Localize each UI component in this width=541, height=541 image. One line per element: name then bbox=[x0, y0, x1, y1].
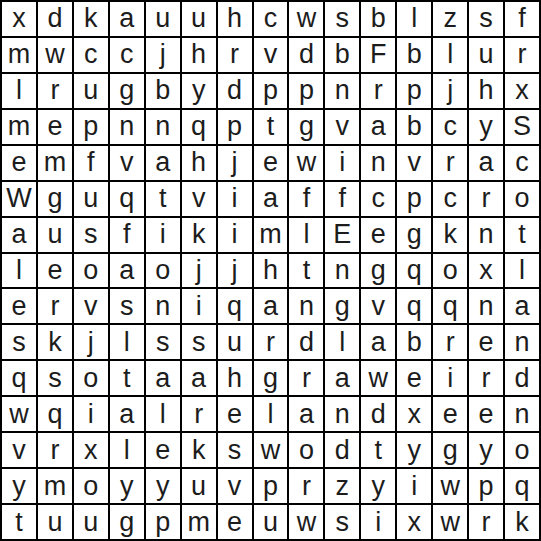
grid-cell-r2c5[interactable]: j bbox=[146, 38, 180, 72]
grid-cell-r10c4[interactable]: l bbox=[110, 325, 144, 359]
grid-cell-r13c15[interactable]: o bbox=[505, 433, 539, 467]
grid-cell-r14c14[interactable]: p bbox=[469, 469, 503, 503]
grid-cell-r4c11[interactable]: a bbox=[361, 110, 395, 144]
grid-cell-r2c14[interactable]: u bbox=[469, 38, 503, 72]
grid-cell-r4c1[interactable]: m bbox=[2, 110, 36, 144]
grid-cell-r5c9[interactable]: w bbox=[289, 146, 323, 180]
grid-cell-r1c2[interactable]: d bbox=[38, 2, 72, 36]
grid-cell-r1c6[interactable]: u bbox=[182, 2, 216, 36]
grid-cell-r6c10[interactable]: f bbox=[325, 182, 359, 216]
grid-cell-r13c3[interactable]: x bbox=[74, 433, 108, 467]
grid-cell-r8c1[interactable]: l bbox=[2, 254, 36, 288]
grid-cell-r10c7[interactable]: u bbox=[218, 325, 252, 359]
grid-cell-r5c5[interactable]: a bbox=[146, 146, 180, 180]
grid-cell-r4c8[interactable]: t bbox=[254, 110, 288, 144]
grid-cell-r12c12[interactable]: x bbox=[397, 397, 431, 431]
grid-cell-r4c5[interactable]: n bbox=[146, 110, 180, 144]
grid-cell-r11c13[interactable]: i bbox=[433, 361, 467, 395]
grid-cell-r11c1[interactable]: q bbox=[2, 361, 36, 395]
grid-cell-r2c8[interactable]: v bbox=[254, 38, 288, 72]
grid-cell-r14c9[interactable]: r bbox=[289, 469, 323, 503]
grid-cell-r8c8[interactable]: h bbox=[254, 254, 288, 288]
grid-cell-r5c10[interactable]: i bbox=[325, 146, 359, 180]
grid-cell-r8c6[interactable]: j bbox=[182, 254, 216, 288]
grid-cell-r10c10[interactable]: l bbox=[325, 325, 359, 359]
grid-cell-r13c8[interactable]: w bbox=[254, 433, 288, 467]
grid-cell-r7c6[interactable]: k bbox=[182, 218, 216, 252]
grid-cell-r9c9[interactable]: n bbox=[289, 289, 323, 323]
grid-cell-r1c12[interactable]: l bbox=[397, 2, 431, 36]
grid-cell-r12c14[interactable]: e bbox=[469, 397, 503, 431]
grid-cell-r12c2[interactable]: q bbox=[38, 397, 72, 431]
grid-cell-r7c2[interactable]: u bbox=[38, 218, 72, 252]
grid-cell-r4c7[interactable]: p bbox=[218, 110, 252, 144]
grid-cell-r3c11[interactable]: r bbox=[361, 74, 395, 108]
grid-cell-r9c6[interactable]: i bbox=[182, 289, 216, 323]
grid-cell-r7c14[interactable]: n bbox=[469, 218, 503, 252]
grid-cell-r9c4[interactable]: s bbox=[110, 289, 144, 323]
grid-cell-r5c7[interactable]: j bbox=[218, 146, 252, 180]
grid-cell-r11c7[interactable]: h bbox=[218, 361, 252, 395]
grid-cell-r8c3[interactable]: o bbox=[74, 254, 108, 288]
grid-cell-r1c5[interactable]: u bbox=[146, 2, 180, 36]
grid-cell-r6c6[interactable]: v bbox=[182, 182, 216, 216]
grid-cell-r5c14[interactable]: a bbox=[469, 146, 503, 180]
grid-cell-r9c12[interactable]: q bbox=[397, 289, 431, 323]
grid-cell-r11c5[interactable]: a bbox=[146, 361, 180, 395]
grid-cell-r8c10[interactable]: n bbox=[325, 254, 359, 288]
grid-cell-r3c7[interactable]: d bbox=[218, 74, 252, 108]
grid-cell-r13c7[interactable]: s bbox=[218, 433, 252, 467]
grid-cell-r5c15[interactable]: c bbox=[505, 146, 539, 180]
grid-cell-r11c12[interactable]: e bbox=[397, 361, 431, 395]
grid-cell-r12c7[interactable]: e bbox=[218, 397, 252, 431]
grid-cell-r7c8[interactable]: m bbox=[254, 218, 288, 252]
grid-cell-r15c9[interactable]: w bbox=[289, 505, 323, 539]
grid-cell-r10c9[interactable]: d bbox=[289, 325, 323, 359]
grid-cell-r14c10[interactable]: z bbox=[325, 469, 359, 503]
grid-cell-r10c2[interactable]: k bbox=[38, 325, 72, 359]
grid-cell-r7c5[interactable]: i bbox=[146, 218, 180, 252]
grid-cell-r4c13[interactable]: c bbox=[433, 110, 467, 144]
grid-cell-r9c14[interactable]: n bbox=[469, 289, 503, 323]
grid-cell-r4c12[interactable]: b bbox=[397, 110, 431, 144]
grid-cell-r2c15[interactable]: r bbox=[505, 38, 539, 72]
grid-cell-r15c11[interactable]: i bbox=[361, 505, 395, 539]
grid-cell-r12c9[interactable]: a bbox=[289, 397, 323, 431]
grid-cell-r8c5[interactable]: o bbox=[146, 254, 180, 288]
grid-cell-r9c7[interactable]: q bbox=[218, 289, 252, 323]
grid-cell-r11c15[interactable]: d bbox=[505, 361, 539, 395]
grid-cell-r14c5[interactable]: y bbox=[146, 469, 180, 503]
grid-cell-r8c2[interactable]: e bbox=[38, 254, 72, 288]
grid-cell-r6c7[interactable]: i bbox=[218, 182, 252, 216]
grid-cell-r1c4[interactable]: a bbox=[110, 2, 144, 36]
grid-cell-r9c11[interactable]: v bbox=[361, 289, 395, 323]
grid-cell-r14c15[interactable]: q bbox=[505, 469, 539, 503]
grid-cell-r6c5[interactable]: t bbox=[146, 182, 180, 216]
grid-cell-r13c12[interactable]: y bbox=[397, 433, 431, 467]
grid-cell-r13c10[interactable]: d bbox=[325, 433, 359, 467]
grid-cell-r13c13[interactable]: g bbox=[433, 433, 467, 467]
grid-cell-r6c4[interactable]: q bbox=[110, 182, 144, 216]
grid-cell-r3c14[interactable]: h bbox=[469, 74, 503, 108]
grid-cell-r11c10[interactable]: a bbox=[325, 361, 359, 395]
grid-cell-r15c4[interactable]: g bbox=[110, 505, 144, 539]
grid-cell-r9c10[interactable]: g bbox=[325, 289, 359, 323]
grid-cell-r10c12[interactable]: b bbox=[397, 325, 431, 359]
grid-cell-r8c15[interactable]: l bbox=[505, 254, 539, 288]
grid-cell-r12c10[interactable]: n bbox=[325, 397, 359, 431]
grid-cell-r6c1[interactable]: W bbox=[2, 182, 36, 216]
grid-cell-r2c13[interactable]: l bbox=[433, 38, 467, 72]
grid-cell-r1c11[interactable]: b bbox=[361, 2, 395, 36]
grid-cell-r9c3[interactable]: v bbox=[74, 289, 108, 323]
grid-cell-r8c12[interactable]: q bbox=[397, 254, 431, 288]
grid-cell-r15c8[interactable]: u bbox=[254, 505, 288, 539]
grid-cell-r1c7[interactable]: h bbox=[218, 2, 252, 36]
grid-cell-r10c15[interactable]: n bbox=[505, 325, 539, 359]
grid-cell-r13c4[interactable]: l bbox=[110, 433, 144, 467]
grid-cell-r11c3[interactable]: o bbox=[74, 361, 108, 395]
grid-cell-r2c7[interactable]: r bbox=[218, 38, 252, 72]
grid-cell-r1c15[interactable]: f bbox=[505, 2, 539, 36]
grid-cell-r13c1[interactable]: v bbox=[2, 433, 36, 467]
grid-cell-r4c10[interactable]: v bbox=[325, 110, 359, 144]
grid-cell-r3c9[interactable]: p bbox=[289, 74, 323, 108]
word-search-grid: xdkauuhcwsblzsfmwccjhrvdbFblurlrugbydppn… bbox=[0, 0, 541, 541]
grid-cell-r11c6[interactable]: a bbox=[182, 361, 216, 395]
grid-cell-r10c11[interactable]: a bbox=[361, 325, 395, 359]
grid-cell-r12c5[interactable]: l bbox=[146, 397, 180, 431]
grid-cell-r8c11[interactable]: g bbox=[361, 254, 395, 288]
grid-cell-r6c8[interactable]: a bbox=[254, 182, 288, 216]
grid-cell-r12c8[interactable]: l bbox=[254, 397, 288, 431]
grid-cell-r13c5[interactable]: e bbox=[146, 433, 180, 467]
grid-cell-r4c2[interactable]: e bbox=[38, 110, 72, 144]
grid-cell-r6c14[interactable]: r bbox=[469, 182, 503, 216]
grid-cell-r1c13[interactable]: z bbox=[433, 2, 467, 36]
grid-cell-r1c9[interactable]: w bbox=[289, 2, 323, 36]
grid-cell-r11c4[interactable]: t bbox=[110, 361, 144, 395]
grid-cell-r1c8[interactable]: c bbox=[254, 2, 288, 36]
grid-cell-r10c1[interactable]: s bbox=[2, 325, 36, 359]
grid-cell-r1c3[interactable]: k bbox=[74, 2, 108, 36]
grid-cell-r10c6[interactable]: s bbox=[182, 325, 216, 359]
grid-cell-r4c9[interactable]: g bbox=[289, 110, 323, 144]
grid-cell-r9c5[interactable]: n bbox=[146, 289, 180, 323]
grid-cell-r8c4[interactable]: a bbox=[110, 254, 144, 288]
grid-cell-r7c15[interactable]: t bbox=[505, 218, 539, 252]
grid-cell-r5c8[interactable]: e bbox=[254, 146, 288, 180]
grid-cell-r11c9[interactable]: r bbox=[289, 361, 323, 395]
grid-cell-r15c13[interactable]: w bbox=[433, 505, 467, 539]
grid-cell-r14c1[interactable]: y bbox=[2, 469, 36, 503]
grid-cell-r8c7[interactable]: j bbox=[218, 254, 252, 288]
grid-cell-r2c3[interactable]: c bbox=[74, 38, 108, 72]
grid-cell-r6c9[interactable]: f bbox=[289, 182, 323, 216]
grid-cell-r6c3[interactable]: u bbox=[74, 182, 108, 216]
grid-cell-r5c3[interactable]: f bbox=[74, 146, 108, 180]
grid-cell-r14c8[interactable]: p bbox=[254, 469, 288, 503]
grid-cell-r12c4[interactable]: a bbox=[110, 397, 144, 431]
grid-cell-r1c10[interactable]: s bbox=[325, 2, 359, 36]
grid-cell-r15c14[interactable]: r bbox=[469, 505, 503, 539]
grid-cell-r11c11[interactable]: w bbox=[361, 361, 395, 395]
grid-cell-r8c9[interactable]: t bbox=[289, 254, 323, 288]
grid-cell-r2c9[interactable]: d bbox=[289, 38, 323, 72]
grid-cell-r5c13[interactable]: r bbox=[433, 146, 467, 180]
grid-cell-r14c11[interactable]: y bbox=[361, 469, 395, 503]
grid-cell-r3c6[interactable]: y bbox=[182, 74, 216, 108]
grid-cell-r8c14[interactable]: x bbox=[469, 254, 503, 288]
grid-cell-r10c3[interactable]: j bbox=[74, 325, 108, 359]
grid-cell-r5c2[interactable]: m bbox=[38, 146, 72, 180]
grid-cell-r10c5[interactable]: s bbox=[146, 325, 180, 359]
grid-cell-r12c13[interactable]: e bbox=[433, 397, 467, 431]
grid-cell-r1c1[interactable]: x bbox=[2, 2, 36, 36]
grid-cell-r3c10[interactable]: n bbox=[325, 74, 359, 108]
grid-cell-r2c2[interactable]: w bbox=[38, 38, 72, 72]
grid-cell-r7c10[interactable]: E bbox=[325, 218, 359, 252]
grid-cell-r2c12[interactable]: b bbox=[397, 38, 431, 72]
grid-cell-r3c12[interactable]: p bbox=[397, 74, 431, 108]
grid-cell-r6c2[interactable]: g bbox=[38, 182, 72, 216]
grid-cell-r3c4[interactable]: g bbox=[110, 74, 144, 108]
grid-cell-r9c13[interactable]: q bbox=[433, 289, 467, 323]
grid-cell-r12c3[interactable]: i bbox=[74, 397, 108, 431]
grid-cell-r3c2[interactable]: r bbox=[38, 74, 72, 108]
grid-cell-r3c1[interactable]: l bbox=[2, 74, 36, 108]
grid-cell-r7c3[interactable]: s bbox=[74, 218, 108, 252]
grid-cell-r9c1[interactable]: e bbox=[2, 289, 36, 323]
grid-cell-r7c7[interactable]: i bbox=[218, 218, 252, 252]
grid-cell-r6c13[interactable]: c bbox=[433, 182, 467, 216]
grid-cell-r15c5[interactable]: p bbox=[146, 505, 180, 539]
grid-cell-r12c1[interactable]: w bbox=[2, 397, 36, 431]
grid-cell-r13c11[interactable]: t bbox=[361, 433, 395, 467]
grid-cell-r12c6[interactable]: r bbox=[182, 397, 216, 431]
grid-cell-r5c11[interactable]: n bbox=[361, 146, 395, 180]
grid-cell-r3c15[interactable]: x bbox=[505, 74, 539, 108]
grid-cell-r14c7[interactable]: v bbox=[218, 469, 252, 503]
grid-cell-r15c7[interactable]: e bbox=[218, 505, 252, 539]
grid-cell-r15c1[interactable]: t bbox=[2, 505, 36, 539]
grid-cell-r9c2[interactable]: r bbox=[38, 289, 72, 323]
grid-cell-r4c6[interactable]: q bbox=[182, 110, 216, 144]
grid-cell-r11c14[interactable]: r bbox=[469, 361, 503, 395]
grid-cell-r3c3[interactable]: u bbox=[74, 74, 108, 108]
grid-cell-r2c6[interactable]: h bbox=[182, 38, 216, 72]
grid-cell-r6c12[interactable]: p bbox=[397, 182, 431, 216]
grid-cell-r15c3[interactable]: u bbox=[74, 505, 108, 539]
grid-cell-r8c13[interactable]: o bbox=[433, 254, 467, 288]
grid-cell-r7c13[interactable]: k bbox=[433, 218, 467, 252]
grid-cell-r6c15[interactable]: o bbox=[505, 182, 539, 216]
grid-cell-r13c2[interactable]: r bbox=[38, 433, 72, 467]
grid-cell-r4c15[interactable]: S bbox=[505, 110, 539, 144]
grid-cell-r14c6[interactable]: u bbox=[182, 469, 216, 503]
grid-cell-r15c10[interactable]: s bbox=[325, 505, 359, 539]
grid-cell-r7c4[interactable]: f bbox=[110, 218, 144, 252]
grid-cell-r6c11[interactable]: c bbox=[361, 182, 395, 216]
grid-cell-r2c10[interactable]: b bbox=[325, 38, 359, 72]
grid-cell-r3c8[interactable]: p bbox=[254, 74, 288, 108]
grid-cell-r2c1[interactable]: m bbox=[2, 38, 36, 72]
grid-cell-r13c6[interactable]: k bbox=[182, 433, 216, 467]
grid-cell-r11c8[interactable]: g bbox=[254, 361, 288, 395]
grid-cell-r4c4[interactable]: n bbox=[110, 110, 144, 144]
grid-cell-r15c12[interactable]: x bbox=[397, 505, 431, 539]
grid-cell-r13c9[interactable]: o bbox=[289, 433, 323, 467]
grid-cell-r9c15[interactable]: a bbox=[505, 289, 539, 323]
grid-cell-r10c14[interactable]: e bbox=[469, 325, 503, 359]
grid-cell-r14c4[interactable]: y bbox=[110, 469, 144, 503]
grid-cell-r14c12[interactable]: i bbox=[397, 469, 431, 503]
grid-cell-r7c11[interactable]: e bbox=[361, 218, 395, 252]
grid-cell-r10c8[interactable]: r bbox=[254, 325, 288, 359]
grid-cell-r5c4[interactable]: v bbox=[110, 146, 144, 180]
grid-cell-r7c1[interactable]: a bbox=[2, 218, 36, 252]
grid-cell-r5c6[interactable]: h bbox=[182, 146, 216, 180]
grid-cell-r3c13[interactable]: j bbox=[433, 74, 467, 108]
grid-cell-r2c4[interactable]: c bbox=[110, 38, 144, 72]
grid-cell-r15c2[interactable]: u bbox=[38, 505, 72, 539]
grid-cell-r10c13[interactable]: r bbox=[433, 325, 467, 359]
grid-cell-r11c2[interactable]: s bbox=[38, 361, 72, 395]
grid-cell-r7c9[interactable]: l bbox=[289, 218, 323, 252]
grid-cell-r14c3[interactable]: o bbox=[74, 469, 108, 503]
grid-cell-r14c2[interactable]: m bbox=[38, 469, 72, 503]
grid-cell-r12c11[interactable]: d bbox=[361, 397, 395, 431]
grid-cell-r5c12[interactable]: v bbox=[397, 146, 431, 180]
grid-cell-r9c8[interactable]: a bbox=[254, 289, 288, 323]
grid-cell-r2c11[interactable]: F bbox=[361, 38, 395, 72]
grid-cell-r13c14[interactable]: y bbox=[469, 433, 503, 467]
grid-cell-r15c6[interactable]: m bbox=[182, 505, 216, 539]
grid-cell-r1c14[interactable]: s bbox=[469, 2, 503, 36]
grid-cell-r12c15[interactable]: n bbox=[505, 397, 539, 431]
grid-cell-r15c15[interactable]: k bbox=[505, 505, 539, 539]
grid-cell-r4c14[interactable]: y bbox=[469, 110, 503, 144]
grid-cell-r3c5[interactable]: b bbox=[146, 74, 180, 108]
grid-cell-r14c13[interactable]: w bbox=[433, 469, 467, 503]
grid-cell-r7c12[interactable]: g bbox=[397, 218, 431, 252]
grid-cell-r4c3[interactable]: p bbox=[74, 110, 108, 144]
grid-cell-r5c1[interactable]: e bbox=[2, 146, 36, 180]
